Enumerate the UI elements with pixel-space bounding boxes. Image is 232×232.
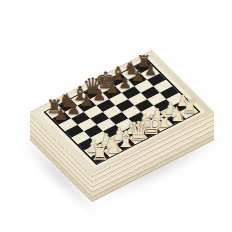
black-pawn: ♟ <box>54 107 69 123</box>
black-pawn: ♟ <box>67 101 81 117</box>
white-rook: ♜ <box>90 142 109 163</box>
black-pawn: ♟ <box>92 88 106 103</box>
chess-set-product-photo: ♜♞♝♛♚♝♞♜♟♟♟♟♟♟♟♟♟♟♟♟♟♟♟♟♜♞♝♛♚♝♞♜ <box>0 0 232 232</box>
black-pawn: ♟ <box>118 76 131 91</box>
black-pawn: ♟ <box>144 63 157 77</box>
black-pawn: ♟ <box>79 94 93 110</box>
pieces-layer: ♜♞♝♛♚♝♞♜♟♟♟♟♟♟♟♟♟♟♟♟♟♟♟♟♜♞♝♛♚♝♞♜ <box>0 0 232 232</box>
black-pawn: ♟ <box>131 69 144 83</box>
black-pawn: ♟ <box>105 82 118 97</box>
